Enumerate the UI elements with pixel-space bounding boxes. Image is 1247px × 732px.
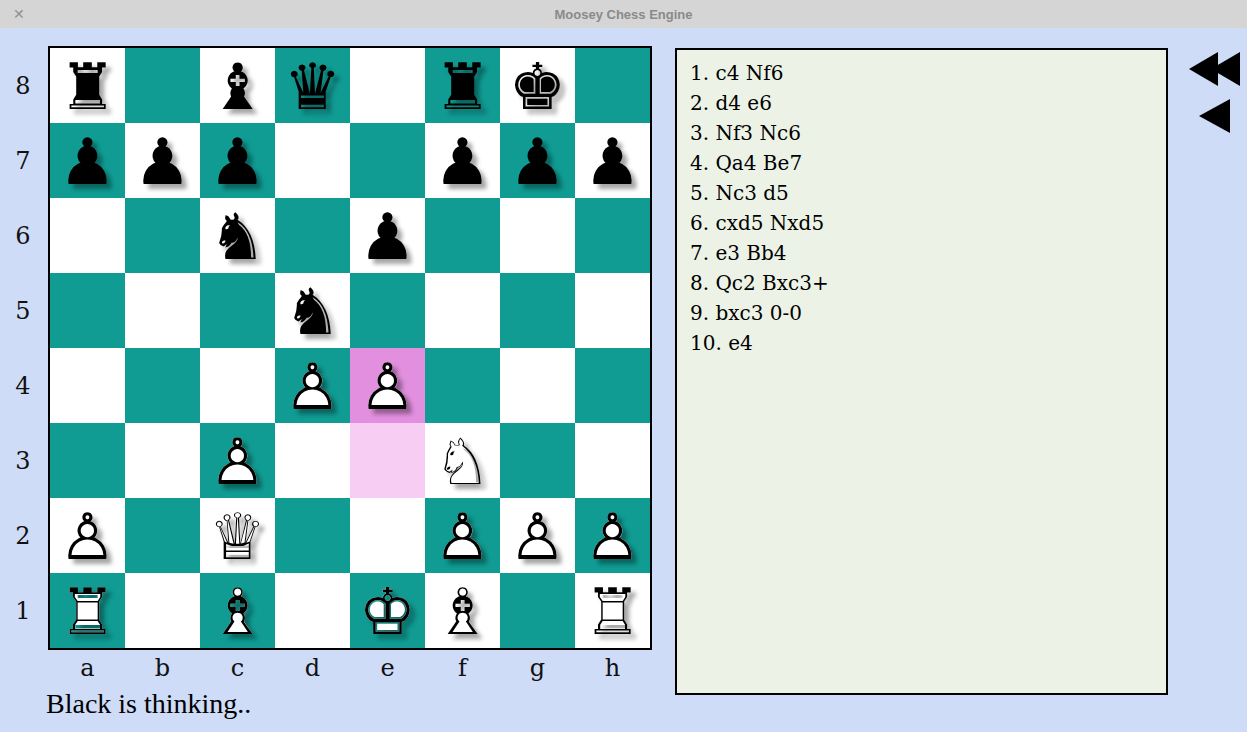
white-rook: ♜♖ bbox=[575, 573, 650, 648]
square-h8[interactable] bbox=[575, 48, 650, 123]
square-d7[interactable] bbox=[275, 123, 350, 198]
square-e4[interactable]: ♟♙ bbox=[350, 348, 425, 423]
rank-label-4: 4 bbox=[0, 348, 46, 423]
square-c3[interactable]: ♟♙ bbox=[200, 423, 275, 498]
rank-label-5: 5 bbox=[0, 273, 46, 348]
file-label-b: b bbox=[125, 654, 200, 682]
move-row-3: 3. Nf3 Nc6 bbox=[690, 118, 1166, 148]
rank-label-3: 3 bbox=[0, 423, 46, 498]
move-row-9: 9. bxc3 0-0 bbox=[690, 298, 1166, 328]
white-pawn: ♟♙ bbox=[350, 348, 425, 423]
white-knight: ♞♘ bbox=[425, 423, 500, 498]
window-title: Moosey Chess Engine bbox=[555, 7, 693, 22]
square-a5[interactable] bbox=[50, 273, 125, 348]
move-row-5: 5. Nc3 d5 bbox=[690, 178, 1166, 208]
square-h6[interactable] bbox=[575, 198, 650, 273]
backward-icon bbox=[1199, 99, 1230, 133]
square-h1[interactable]: ♜♖ bbox=[575, 573, 650, 648]
square-e6[interactable]: ♟ bbox=[350, 198, 425, 273]
white-pawn: ♟♙ bbox=[50, 498, 125, 573]
square-f4[interactable] bbox=[425, 348, 500, 423]
black-pawn: ♟ bbox=[575, 123, 650, 198]
black-knight: ♞ bbox=[275, 273, 350, 348]
rank-label-2: 2 bbox=[0, 498, 46, 573]
black-rook: ♜ bbox=[425, 48, 500, 123]
square-e3[interactable] bbox=[350, 423, 425, 498]
square-e2[interactable] bbox=[350, 498, 425, 573]
step-back-button[interactable] bbox=[1199, 99, 1230, 133]
square-c7[interactable]: ♟ bbox=[200, 123, 275, 198]
black-king: ♚ bbox=[500, 48, 575, 123]
square-f6[interactable] bbox=[425, 198, 500, 273]
square-c5[interactable] bbox=[200, 273, 275, 348]
file-labels: abcdefgh bbox=[50, 654, 650, 682]
black-queen: ♛ bbox=[275, 48, 350, 123]
square-d4[interactable]: ♟♙ bbox=[275, 348, 350, 423]
move-row-7: 7. e3 Bb4 bbox=[690, 238, 1166, 268]
square-g1[interactable] bbox=[500, 573, 575, 648]
square-c8[interactable]: ♝ bbox=[200, 48, 275, 123]
white-queen: ♛♕ bbox=[200, 498, 275, 573]
white-pawn: ♟♙ bbox=[425, 498, 500, 573]
square-c6[interactable]: ♞ bbox=[200, 198, 275, 273]
square-h4[interactable] bbox=[575, 348, 650, 423]
white-bishop: ♝♗ bbox=[200, 573, 275, 648]
square-b6[interactable] bbox=[125, 198, 200, 273]
title-bar: ✕ Moosey Chess Engine bbox=[0, 0, 1247, 28]
square-a3[interactable] bbox=[50, 423, 125, 498]
rewind-to-start-button[interactable] bbox=[1189, 52, 1240, 86]
rank-label-6: 6 bbox=[0, 198, 46, 273]
square-f7[interactable]: ♟ bbox=[425, 123, 500, 198]
square-b4[interactable] bbox=[125, 348, 200, 423]
square-f3[interactable]: ♞♘ bbox=[425, 423, 500, 498]
file-label-c: c bbox=[200, 654, 275, 682]
chess-board: ♜♝♛♜♚♟♟♟♟♟♟♞♟♞♟♙♟♙♟♙♞♘♟♙♛♕♟♙♟♙♟♙♜♖♝♗♚♔♝♗… bbox=[48, 46, 652, 650]
square-e8[interactable] bbox=[350, 48, 425, 123]
black-pawn: ♟ bbox=[50, 123, 125, 198]
square-b7[interactable]: ♟ bbox=[125, 123, 200, 198]
move-row-1: 1. c4 Nf6 bbox=[690, 58, 1166, 88]
black-bishop: ♝ bbox=[200, 48, 275, 123]
black-pawn: ♟ bbox=[200, 123, 275, 198]
square-c4[interactable] bbox=[200, 348, 275, 423]
rank-label-7: 7 bbox=[0, 123, 46, 198]
status-text: Black is thinking.. bbox=[46, 688, 251, 720]
white-king: ♚♔ bbox=[350, 573, 425, 648]
black-pawn: ♟ bbox=[500, 123, 575, 198]
square-d8[interactable]: ♛ bbox=[275, 48, 350, 123]
move-row-6: 6. cxd5 Nxd5 bbox=[690, 208, 1166, 238]
square-d3[interactable] bbox=[275, 423, 350, 498]
white-pawn: ♟♙ bbox=[500, 498, 575, 573]
square-d6[interactable] bbox=[275, 198, 350, 273]
square-a8[interactable]: ♜ bbox=[50, 48, 125, 123]
square-e5[interactable] bbox=[350, 273, 425, 348]
square-b8[interactable] bbox=[125, 48, 200, 123]
square-d1[interactable] bbox=[275, 573, 350, 648]
square-b5[interactable] bbox=[125, 273, 200, 348]
square-d5[interactable]: ♞ bbox=[275, 273, 350, 348]
file-label-a: a bbox=[50, 654, 125, 682]
black-pawn: ♟ bbox=[350, 198, 425, 273]
square-a7[interactable]: ♟ bbox=[50, 123, 125, 198]
square-e1[interactable]: ♚♔ bbox=[350, 573, 425, 648]
square-f8[interactable]: ♜ bbox=[425, 48, 500, 123]
nav-controls bbox=[1183, 48, 1245, 133]
square-g3[interactable] bbox=[500, 423, 575, 498]
rank-label-8: 8 bbox=[0, 48, 46, 123]
rank-label-1: 1 bbox=[0, 573, 46, 648]
square-g4[interactable] bbox=[500, 348, 575, 423]
square-h2[interactable]: ♟♙ bbox=[575, 498, 650, 573]
file-label-f: f bbox=[425, 654, 500, 682]
black-pawn: ♟ bbox=[125, 123, 200, 198]
square-h3[interactable] bbox=[575, 423, 650, 498]
square-b1[interactable] bbox=[125, 573, 200, 648]
black-pawn: ♟ bbox=[425, 123, 500, 198]
square-g7[interactable]: ♟ bbox=[500, 123, 575, 198]
white-pawn: ♟♙ bbox=[200, 423, 275, 498]
black-knight: ♞ bbox=[200, 198, 275, 273]
file-label-d: d bbox=[275, 654, 350, 682]
square-g6[interactable] bbox=[500, 198, 575, 273]
square-h5[interactable] bbox=[575, 273, 650, 348]
square-a2[interactable]: ♟♙ bbox=[50, 498, 125, 573]
close-icon[interactable]: ✕ bbox=[13, 6, 25, 22]
move-list-panel: 1. c4 Nf62. d4 e63. Nf3 Nc64. Qa4 Be75. … bbox=[675, 48, 1168, 695]
square-g5[interactable] bbox=[500, 273, 575, 348]
white-rook: ♜♖ bbox=[50, 573, 125, 648]
square-d2[interactable] bbox=[275, 498, 350, 573]
file-label-g: g bbox=[500, 654, 575, 682]
square-h7[interactable]: ♟ bbox=[575, 123, 650, 198]
white-pawn: ♟♙ bbox=[575, 498, 650, 573]
square-a4[interactable] bbox=[50, 348, 125, 423]
square-g2[interactable]: ♟♙ bbox=[500, 498, 575, 573]
square-b3[interactable] bbox=[125, 423, 200, 498]
fast-backward-icon bbox=[1211, 52, 1240, 86]
file-label-h: h bbox=[575, 654, 650, 682]
square-a6[interactable] bbox=[50, 198, 125, 273]
black-rook: ♜ bbox=[50, 48, 125, 123]
square-f1[interactable]: ♝♗ bbox=[425, 573, 500, 648]
file-label-e: e bbox=[350, 654, 425, 682]
square-g8[interactable]: ♚ bbox=[500, 48, 575, 123]
square-e7[interactable] bbox=[350, 123, 425, 198]
white-pawn: ♟♙ bbox=[275, 348, 350, 423]
move-row-10: 10. e4 bbox=[690, 328, 1166, 358]
square-f5[interactable] bbox=[425, 273, 500, 348]
rank-labels: 87654321 bbox=[0, 48, 46, 648]
square-c1[interactable]: ♝♗ bbox=[200, 573, 275, 648]
square-b2[interactable] bbox=[125, 498, 200, 573]
move-row-4: 4. Qa4 Be7 bbox=[690, 148, 1166, 178]
move-row-2: 2. d4 e6 bbox=[690, 88, 1166, 118]
square-f2[interactable]: ♟♙ bbox=[425, 498, 500, 573]
square-a1[interactable]: ♜♖ bbox=[50, 573, 125, 648]
move-row-8: 8. Qc2 Bxc3+ bbox=[690, 268, 1166, 298]
square-c2[interactable]: ♛♕ bbox=[200, 498, 275, 573]
white-bishop: ♝♗ bbox=[425, 573, 500, 648]
